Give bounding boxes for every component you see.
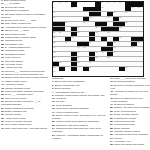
grid-cell[interactable] <box>125 27 131 32</box>
grid-cell[interactable] <box>107 37 113 42</box>
grid-cell[interactable] <box>83 12 89 17</box>
cell-number: 3 <box>65 2 66 4</box>
clue-item: 62.Amounts for two of the Resident Evil … <box>110 133 150 139</box>
clue-number: 3. <box>52 87 54 90</box>
cell-number: 1 <box>53 2 54 4</box>
grid-cell[interactable]: 60 <box>53 71 59 76</box>
grid-cell[interactable] <box>131 67 137 72</box>
grid-cell[interactable]: 3 <box>65 2 71 7</box>
grid-cell[interactable] <box>119 71 125 76</box>
cell-number: 4 <box>77 2 78 4</box>
grid-cell[interactable] <box>59 71 65 76</box>
grid-cell[interactable] <box>101 62 107 67</box>
grid-cell[interactable] <box>83 57 89 62</box>
grid-cell[interactable] <box>131 32 137 37</box>
grid-cell[interactable]: 2 <box>59 2 65 7</box>
cell-number: 50 <box>53 57 55 59</box>
clue-number: 67. <box>1 123 4 126</box>
grid-cell[interactable]: 31 <box>107 32 113 37</box>
grid-cell[interactable] <box>131 22 137 27</box>
grid-cell[interactable] <box>101 17 107 22</box>
cell-number: 41 <box>77 47 79 49</box>
grid-cell[interactable]: 19 <box>107 17 113 22</box>
grid-cell[interactable]: 36 <box>65 42 71 47</box>
grid-cell[interactable]: 28 <box>59 32 65 37</box>
grid-cell[interactable]: 49 <box>113 52 119 57</box>
black-cell <box>89 52 95 57</box>
grid-cell[interactable] <box>83 71 89 76</box>
grid-cell[interactable]: 10 <box>71 7 77 12</box>
grid-cell[interactable] <box>113 67 119 72</box>
grid-cell[interactable] <box>131 71 137 76</box>
grid-cell[interactable]: 6 <box>107 2 113 7</box>
grid-cell[interactable] <box>89 47 95 52</box>
grid-cell[interactable] <box>65 52 71 57</box>
cell-number: 60 <box>53 71 55 73</box>
grid-cell[interactable] <box>125 32 131 37</box>
cell-number: 49 <box>113 52 115 54</box>
black-cell <box>71 57 77 62</box>
black-cell <box>95 2 101 7</box>
grid-cell[interactable]: 29 <box>77 32 83 37</box>
black-cell <box>83 7 89 12</box>
grid-cell[interactable]: 33 <box>71 37 77 42</box>
clue-item: 40.Team ___ (one of the first two Saved … <box>110 77 150 83</box>
grid-cell[interactable] <box>113 71 119 76</box>
cell-number: 47 <box>95 52 97 54</box>
grid-cell[interactable]: 54 <box>59 62 65 67</box>
grid-cell[interactable] <box>101 57 107 62</box>
grid-cell[interactable] <box>107 67 113 72</box>
grid-cell[interactable] <box>59 37 65 42</box>
cell-number: 9 <box>53 7 54 9</box>
grid-cell[interactable] <box>77 67 83 72</box>
cell-number: 20 <box>120 17 122 19</box>
grid-cell[interactable] <box>65 67 71 72</box>
grid-cell[interactable]: 17 <box>53 17 59 22</box>
cell-number: 23 <box>126 22 128 24</box>
cell-number: 54 <box>59 62 61 64</box>
black-cell <box>101 27 107 32</box>
cell-number: 48 <box>101 52 103 54</box>
clue-number: 10. <box>52 100 55 103</box>
grid-cell[interactable] <box>107 62 113 67</box>
black-cell <box>113 17 119 22</box>
grid-cell[interactable]: 4 <box>77 2 83 7</box>
grid-cell[interactable] <box>71 71 77 76</box>
cell-number: 45 <box>53 52 55 54</box>
black-cell <box>125 2 131 7</box>
black-cell <box>71 67 77 72</box>
cell-number: 15 <box>113 12 115 14</box>
grid-cell[interactable] <box>77 71 83 76</box>
grid-cell[interactable]: 11 <box>101 7 107 12</box>
grid-cell[interactable] <box>101 42 107 47</box>
cell-number: 51 <box>77 57 79 59</box>
cell-number: 57 <box>53 67 55 69</box>
clue-item: 27.Interrupt + permission starter comman… <box>52 134 107 140</box>
grid-cell[interactable]: 7 <box>113 2 119 7</box>
grid-cell[interactable] <box>83 37 89 42</box>
clue-number: 33. <box>1 56 4 59</box>
grid-cell[interactable] <box>113 62 119 67</box>
grid-cell[interactable] <box>83 2 89 7</box>
grid-cell[interactable] <box>137 67 143 72</box>
grid-cell[interactable] <box>65 27 71 32</box>
clue-number: 22. <box>1 29 4 32</box>
cell-number: 14 <box>53 12 55 14</box>
crossword-page: 1.Bag of holding items11.___ at Worlds15… <box>0 0 150 150</box>
grid-cell[interactable] <box>137 47 143 52</box>
clue-item: 5.Company behind Sonic Riders, Bayonetta… <box>52 94 107 100</box>
clue-number: 24. <box>52 127 55 130</box>
cell-number: 52 <box>95 57 97 59</box>
grid-cell[interactable] <box>131 62 137 67</box>
grid-cell[interactable]: 18 <box>89 17 95 22</box>
clue-number: 45. <box>110 90 113 93</box>
cell-number: 27 <box>53 32 55 34</box>
clue-number: 27. <box>1 39 4 42</box>
cell-number: 32 <box>53 37 55 39</box>
grid-cell[interactable] <box>77 17 83 22</box>
clue-item: 42.Beloved a musical character in an 8-b… <box>110 84 150 90</box>
clue-number: 5. <box>52 94 54 97</box>
clue-number: 16. <box>52 114 55 117</box>
clue-number: 46. <box>1 83 4 86</box>
grid-cell[interactable]: 42 <box>83 47 89 52</box>
grid-cell[interactable] <box>107 22 113 27</box>
cell-number: 30 <box>95 32 97 34</box>
cell-number: 26 <box>120 27 122 29</box>
grid-cell[interactable] <box>119 52 125 57</box>
grid-cell[interactable] <box>77 7 83 12</box>
cell-number: 11 <box>101 7 103 9</box>
grid-cell[interactable] <box>89 71 95 76</box>
black-cell <box>113 27 119 32</box>
grid-cell[interactable] <box>119 47 125 52</box>
grid-cell[interactable]: 21 <box>65 22 71 27</box>
black-cell <box>101 37 107 42</box>
black-cell <box>95 7 101 12</box>
grid-cell[interactable]: 58 <box>89 67 95 72</box>
grid-cell[interactable] <box>119 57 125 62</box>
cell-number: 37 <box>89 42 91 44</box>
cell-number: 35 <box>53 42 55 44</box>
grid-cell[interactable] <box>95 42 101 47</box>
clue-number: 30. <box>1 49 4 52</box>
clue-number: 43. <box>1 76 4 79</box>
grid-cell[interactable]: 15 <box>113 12 119 17</box>
grid-cell[interactable] <box>83 52 89 57</box>
grid-cell[interactable] <box>131 17 137 22</box>
grid-cell[interactable] <box>113 32 119 37</box>
clue-number: 1. <box>52 80 54 83</box>
grid-cell[interactable]: 34 <box>119 37 125 42</box>
cell-number: 10 <box>71 7 73 9</box>
clue-item: 57.Balrog's Mystery Dungeon ___ of Time/… <box>1 100 50 106</box>
cell-number: 56 <box>89 62 91 64</box>
grid-cell[interactable]: 39 <box>137 42 143 47</box>
grid-cell[interactable] <box>137 52 143 57</box>
grid-cell[interactable] <box>131 57 137 62</box>
grid-cell[interactable] <box>89 27 95 32</box>
grid-cell[interactable] <box>137 62 143 67</box>
cell-number: 40 <box>53 47 55 49</box>
black-cell <box>53 22 59 27</box>
clue-number: 42. <box>110 84 113 87</box>
cell-number: 6 <box>107 2 108 4</box>
cell-number: 21 <box>65 22 67 24</box>
down-clues-column-1: antagonist1.Barrel-toss WWII antagonist2… <box>52 77 107 150</box>
grid-cell[interactable]: 23 <box>125 22 131 27</box>
grid-cell[interactable] <box>71 22 77 27</box>
clue-number: 17. <box>1 13 4 16</box>
grid-cell[interactable] <box>71 17 77 22</box>
clue-item: 70.Dark Forten star carry, and dash move… <box>1 127 50 130</box>
grid-cell[interactable]: 13 <box>137 7 143 12</box>
grid-cell[interactable] <box>137 57 143 62</box>
black-cell <box>113 22 119 27</box>
grid-cell[interactable]: 44 <box>131 47 137 52</box>
cell-number: 24 <box>77 27 79 29</box>
grid-cell[interactable] <box>71 42 77 47</box>
grid-cell[interactable] <box>125 57 131 62</box>
grid-cell[interactable]: 30 <box>95 32 101 37</box>
grid-cell[interactable]: 50 <box>53 57 59 62</box>
cell-number: 13 <box>138 7 140 9</box>
black-cell <box>107 47 113 52</box>
grid-cell[interactable] <box>125 42 131 47</box>
grid-cell[interactable] <box>83 62 89 67</box>
grid-cell[interactable]: 37 <box>89 42 95 47</box>
grid-cell[interactable] <box>77 37 83 42</box>
grid-cell[interactable] <box>65 57 71 62</box>
grid-cell[interactable] <box>65 7 71 12</box>
clue-number: 63. <box>1 113 4 116</box>
cell-number: 39 <box>138 42 140 44</box>
cell-number: 12 <box>132 7 134 9</box>
grid-cell[interactable] <box>131 27 137 32</box>
grid-cell[interactable] <box>59 47 65 52</box>
grid-cell[interactable] <box>125 71 131 76</box>
grid-cell[interactable] <box>137 71 143 76</box>
clue-number: 57. <box>110 123 113 126</box>
clue-number: 22. <box>52 120 55 123</box>
grid-cell[interactable] <box>137 27 143 32</box>
clue-number: 48. <box>110 97 113 100</box>
clue-item: 45.Amounts for games of every bar games <box>110 90 150 96</box>
crossword-grid: 1234567891011121314151617181920212223242… <box>52 1 144 77</box>
clue-number: 38. <box>1 66 4 69</box>
grid-cell[interactable] <box>77 12 83 17</box>
grid-cell[interactable] <box>119 42 125 47</box>
black-cell <box>71 52 77 57</box>
cell-number: 31 <box>107 32 109 34</box>
grid-cell[interactable]: 48 <box>101 52 107 57</box>
black-cell <box>89 7 95 12</box>
clue-item: 24.Outcomes other than what they have be… <box>52 127 107 133</box>
grid-cell[interactable] <box>137 17 143 22</box>
grid-cell[interactable]: 22 <box>83 22 89 27</box>
black-cell <box>59 67 65 72</box>
black-cell <box>59 22 65 27</box>
black-cell <box>131 37 137 42</box>
grid-cell[interactable]: 8 <box>119 2 125 7</box>
grid-cell[interactable] <box>137 22 143 27</box>
grid-cell[interactable] <box>71 12 77 17</box>
clue-item: 17.2D fighter based in interior Manhatta… <box>1 13 50 19</box>
cell-number: 59 <box>126 67 128 69</box>
black-cell <box>119 67 125 72</box>
clue-number: 27. <box>52 134 55 137</box>
cell-number: 2 <box>59 2 60 4</box>
cell-number: 17 <box>53 17 55 19</box>
grid-cell[interactable]: 55 <box>77 62 83 67</box>
grid-cell[interactable] <box>65 62 71 67</box>
cell-number: 34 <box>120 37 122 39</box>
cell-number: 5 <box>101 2 102 4</box>
clue-number: 57. <box>1 100 4 103</box>
cell-number: 53 <box>107 57 109 59</box>
grid-cell[interactable] <box>95 37 101 42</box>
grid-cell[interactable] <box>125 47 131 52</box>
cell-number: 33 <box>71 37 73 39</box>
grid-cell[interactable] <box>119 62 125 67</box>
grid-cell[interactable] <box>89 2 95 7</box>
black-cell <box>71 62 77 67</box>
cell-number: 25 <box>95 27 97 29</box>
grid-cell[interactable] <box>107 7 113 12</box>
cell-number: 18 <box>89 17 91 19</box>
clue-number: 20. <box>1 22 4 25</box>
grid-cell[interactable]: 16 <box>125 12 131 17</box>
grid-cell[interactable]: 26 <box>119 27 125 32</box>
grid-cell[interactable] <box>59 7 65 12</box>
grid-cell[interactable] <box>95 67 101 72</box>
grid-cell[interactable] <box>95 17 101 22</box>
grid-cell[interactable] <box>95 62 101 67</box>
cell-number: 8 <box>120 2 121 4</box>
black-cell <box>71 27 77 32</box>
grid-cell[interactable] <box>65 32 71 37</box>
grid-cell[interactable] <box>101 32 107 37</box>
black-cell <box>101 22 107 27</box>
clue-number: 54. <box>110 113 113 116</box>
grid-cell[interactable] <box>101 71 107 76</box>
grid-cell[interactable] <box>131 12 137 17</box>
cell-number: 22 <box>83 22 85 24</box>
cell-number: 38 <box>113 42 115 44</box>
cell-number: 29 <box>77 32 79 34</box>
cell-number: 43 <box>113 47 115 49</box>
grid-cell[interactable]: 52 <box>95 57 101 62</box>
grid-cell[interactable] <box>137 32 143 37</box>
cell-number: 42 <box>83 47 85 49</box>
grid-cell[interactable]: 53 <box>107 57 113 62</box>
grid-cell[interactable] <box>65 47 71 52</box>
grid-cell[interactable] <box>125 52 131 57</box>
grid-cell[interactable] <box>59 12 65 17</box>
grid-cell[interactable] <box>101 12 107 17</box>
cell-number: 58 <box>89 67 91 69</box>
clue-number: 11. <box>1 2 4 5</box>
grid-cell[interactable] <box>65 71 71 76</box>
black-cell <box>89 32 95 37</box>
grid-cell[interactable]: 59 <box>125 67 131 72</box>
clue-number: 40. <box>110 77 113 80</box>
clue-item: 48.Street-enlightened to overly Animal C… <box>110 97 150 103</box>
grid-cell[interactable] <box>89 22 95 27</box>
cell-number: 44 <box>132 47 134 49</box>
grid-cell[interactable] <box>107 71 113 76</box>
grid-cell[interactable]: 12 <box>131 7 137 12</box>
cell-number: 55 <box>77 62 79 64</box>
clue-number: 70. <box>1 127 4 130</box>
clue-number: 16. <box>1 9 4 12</box>
clue-item: 16.Enemy chars in every war games (e.g. … <box>52 114 107 120</box>
black-cell <box>95 12 101 17</box>
black-cell <box>83 67 89 72</box>
grid-cell[interactable] <box>59 42 65 47</box>
grid-cell[interactable] <box>113 57 119 62</box>
grid-cell[interactable] <box>71 47 77 52</box>
grid-cell[interactable] <box>83 32 89 37</box>
clue-number: 52. <box>1 93 4 96</box>
grid-cell[interactable] <box>101 67 107 72</box>
grid-cell[interactable] <box>95 71 101 76</box>
down-clues-column-2: 40.Team ___ (one of the first two Saved … <box>110 77 150 150</box>
clue-item: 65.Noble firm whose soul spark <box>110 143 150 146</box>
cell-number: 46 <box>77 52 79 54</box>
clue-number: 65. <box>110 143 113 146</box>
cell-number: 19 <box>107 17 109 19</box>
clue-number: 62. <box>110 133 113 136</box>
grid-cell[interactable] <box>83 27 89 32</box>
grid-cell[interactable] <box>59 17 65 22</box>
clue-number: 50. <box>110 106 113 109</box>
grid-cell[interactable] <box>59 52 65 57</box>
cell-number: 36 <box>65 42 67 44</box>
cell-number: 28 <box>59 32 61 34</box>
black-cell <box>107 42 113 47</box>
grid-cell[interactable] <box>125 37 131 42</box>
grid-cell[interactable] <box>131 52 137 57</box>
cell-number: 7 <box>113 2 114 4</box>
grid-cell[interactable] <box>119 7 125 12</box>
grid-cell[interactable] <box>65 12 71 17</box>
clue-number: 12. <box>52 107 55 110</box>
across-clues-column: 1.Bag of holding items11.___ at Worlds15… <box>1 0 50 150</box>
cell-number: 16 <box>126 12 128 14</box>
grid-cell[interactable]: 20 <box>119 17 125 22</box>
grid-cell[interactable] <box>137 12 143 17</box>
